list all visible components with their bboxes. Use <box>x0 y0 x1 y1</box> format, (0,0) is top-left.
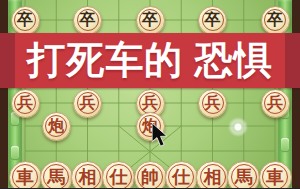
piece-glyph: 兵 <box>142 95 158 111</box>
piece-black-卒[interactable]: 卒 <box>261 6 290 35</box>
rail-ornament <box>281 138 289 151</box>
title-banner: 打死车的 恐惧 <box>0 33 300 88</box>
piece-red-兵[interactable]: 兵 <box>261 89 290 118</box>
piece-red-炮[interactable]: 炮 <box>42 112 71 141</box>
piece-glyph: 仕 <box>110 168 128 186</box>
piece-glyph: 車 <box>16 168 34 186</box>
xiangqi-game-screenshot: 卒卒卒卒卒兵兵兵兵兵炮炮車馬相仕帥仕相馬車 打死车的 恐惧 <box>0 0 300 188</box>
piece-glyph: 帥 <box>141 168 159 186</box>
move-indicator-dot[interactable] <box>227 116 249 138</box>
piece-glyph: 仕 <box>172 168 190 186</box>
piece-glyph: 馬 <box>47 168 65 186</box>
piece-glyph: 卒 <box>205 12 221 28</box>
piece-glyph: 卒 <box>142 12 158 28</box>
piece-glyph: 馬 <box>235 168 253 186</box>
piece-glyph: 兵 <box>267 95 283 111</box>
piece-black-卒[interactable]: 卒 <box>136 6 165 35</box>
piece-glyph: 相 <box>204 168 222 186</box>
piece-glyph: 兵 <box>80 95 96 111</box>
piece-glyph: 卒 <box>17 12 33 28</box>
piece-red-車[interactable]: 車 <box>259 161 292 189</box>
piece-black-卒[interactable]: 卒 <box>11 6 40 35</box>
piece-glyph: 卒 <box>267 12 283 28</box>
piece-glyph: 車 <box>266 168 284 186</box>
piece-red-兵[interactable]: 兵 <box>11 89 40 118</box>
piece-black-卒[interactable]: 卒 <box>198 6 227 35</box>
piece-glyph: 卒 <box>80 12 96 28</box>
piece-glyph: 相 <box>79 168 97 186</box>
piece-red-帥[interactable]: 帥 <box>134 161 167 189</box>
piece-black-卒[interactable]: 卒 <box>73 6 102 35</box>
banner-title-text: 打死车的 恐惧 <box>27 33 273 88</box>
piece-glyph: 兵 <box>205 95 221 111</box>
mouse-cursor-icon <box>152 123 168 148</box>
piece-red-兵[interactable]: 兵 <box>198 89 227 118</box>
piece-red-馬[interactable]: 馬 <box>40 161 73 189</box>
piece-red-兵[interactable]: 兵 <box>73 89 102 118</box>
rail-ornament <box>11 146 19 159</box>
piece-glyph: 兵 <box>17 95 33 111</box>
piece-red-仕[interactable]: 仕 <box>165 161 198 189</box>
piece-glyph: 炮 <box>48 118 64 134</box>
piece-red-車[interactable]: 車 <box>9 161 42 189</box>
